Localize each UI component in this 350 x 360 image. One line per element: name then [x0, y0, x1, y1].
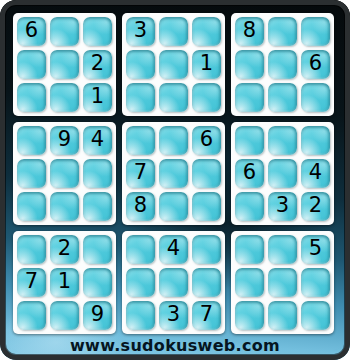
- cell-r9c5[interactable]: 3: [159, 301, 188, 330]
- cell-r1c4[interactable]: 3: [126, 17, 155, 46]
- cell-r6c1[interactable]: [17, 192, 46, 221]
- cell-r7c8[interactable]: [268, 235, 297, 264]
- cell-r8c8[interactable]: [268, 268, 297, 297]
- cell-r6c6[interactable]: [192, 192, 221, 221]
- cell-r9c8[interactable]: [268, 301, 297, 330]
- cell-r1c8[interactable]: [268, 17, 297, 46]
- cell-r2c7[interactable]: [235, 50, 264, 79]
- given-digit: 6: [25, 20, 38, 41]
- cell-r6c3[interactable]: [83, 192, 112, 221]
- given-digit: 7: [134, 162, 147, 183]
- given-digit: 2: [58, 238, 71, 259]
- cell-r1c2[interactable]: [50, 17, 79, 46]
- given-digit: 6: [309, 53, 322, 74]
- cell-r5c5[interactable]: [159, 159, 188, 188]
- sudoku-grid: 621318694678643227194375: [13, 13, 334, 334]
- cell-r4c6[interactable]: 6: [192, 126, 221, 155]
- cell-r4c5[interactable]: [159, 126, 188, 155]
- cell-r1c5[interactable]: [159, 17, 188, 46]
- given-digit: 7: [25, 271, 38, 292]
- cell-r6c5[interactable]: [159, 192, 188, 221]
- sudoku-board-frame: 621318694678643227194375 www.sudokusweb.…: [0, 0, 350, 360]
- given-digit: 8: [134, 195, 147, 216]
- given-digit: 2: [309, 195, 322, 216]
- cell-r2c9[interactable]: 6: [301, 50, 330, 79]
- cell-r8c2[interactable]: 1: [50, 268, 79, 297]
- cell-r9c1[interactable]: [17, 301, 46, 330]
- cell-r6c8[interactable]: 3: [268, 192, 297, 221]
- cell-r8c3[interactable]: [83, 268, 112, 297]
- given-digit: 6: [200, 129, 213, 150]
- cell-r8c7[interactable]: [235, 268, 264, 297]
- cell-r7c1[interactable]: [17, 235, 46, 264]
- cell-r7c5[interactable]: 4: [159, 235, 188, 264]
- cell-r8c1[interactable]: 7: [17, 268, 46, 297]
- cell-r4c9[interactable]: [301, 126, 330, 155]
- cell-r1c3[interactable]: [83, 17, 112, 46]
- cell-r2c1[interactable]: [17, 50, 46, 79]
- given-digit: 9: [58, 129, 71, 150]
- cell-r3c3[interactable]: 1: [83, 83, 112, 112]
- cell-r7c2[interactable]: 2: [50, 235, 79, 264]
- cell-r5c9[interactable]: 4: [301, 159, 330, 188]
- given-digit: 2: [91, 53, 104, 74]
- cell-r3c7[interactable]: [235, 83, 264, 112]
- cell-r9c7[interactable]: [235, 301, 264, 330]
- box-3-3: 5: [231, 231, 334, 334]
- cell-r2c6[interactable]: 1: [192, 50, 221, 79]
- cell-r9c3[interactable]: 9: [83, 301, 112, 330]
- box-2-3: 6432: [231, 122, 334, 225]
- cell-r4c2[interactable]: 9: [50, 126, 79, 155]
- cell-r2c5[interactable]: [159, 50, 188, 79]
- cell-r5c4[interactable]: 7: [126, 159, 155, 188]
- cell-r6c7[interactable]: [235, 192, 264, 221]
- site-link[interactable]: www.sudokusweb.com: [70, 336, 280, 355]
- cell-r5c2[interactable]: [50, 159, 79, 188]
- cell-r4c8[interactable]: [268, 126, 297, 155]
- cell-r3c8[interactable]: [268, 83, 297, 112]
- cell-r1c9[interactable]: [301, 17, 330, 46]
- cell-r9c4[interactable]: [126, 301, 155, 330]
- given-digit: 3: [134, 20, 147, 41]
- cell-r9c6[interactable]: 7: [192, 301, 221, 330]
- cell-r4c3[interactable]: 4: [83, 126, 112, 155]
- box-2-2: 678: [122, 122, 225, 225]
- cell-r9c9[interactable]: [301, 301, 330, 330]
- cell-r8c4[interactable]: [126, 268, 155, 297]
- cell-r7c3[interactable]: [83, 235, 112, 264]
- cell-r3c9[interactable]: [301, 83, 330, 112]
- given-digit: 9: [91, 304, 104, 325]
- cell-r1c6[interactable]: [192, 17, 221, 46]
- cell-r6c4[interactable]: 8: [126, 192, 155, 221]
- given-digit: 4: [91, 129, 104, 150]
- given-digit: 3: [167, 304, 180, 325]
- cell-r4c7[interactable]: [235, 126, 264, 155]
- cell-r9c2[interactable]: [50, 301, 79, 330]
- cell-r7c7[interactable]: [235, 235, 264, 264]
- cell-r8c6[interactable]: [192, 268, 221, 297]
- box-3-2: 437: [122, 231, 225, 334]
- given-digit: 4: [167, 238, 180, 259]
- cell-r7c4[interactable]: [126, 235, 155, 264]
- given-digit: 4: [309, 162, 322, 183]
- cell-r5c1[interactable]: [17, 159, 46, 188]
- cell-r5c7[interactable]: 6: [235, 159, 264, 188]
- cell-r8c5[interactable]: [159, 268, 188, 297]
- cell-r3c1[interactable]: [17, 83, 46, 112]
- cell-r2c3[interactable]: 2: [83, 50, 112, 79]
- given-digit: 1: [91, 86, 104, 107]
- cell-r5c3[interactable]: [83, 159, 112, 188]
- cell-r5c8[interactable]: [268, 159, 297, 188]
- cell-r2c2[interactable]: [50, 50, 79, 79]
- cell-r3c5[interactable]: [159, 83, 188, 112]
- given-digit: 1: [200, 53, 213, 74]
- cell-r4c4[interactable]: [126, 126, 155, 155]
- given-digit: 1: [58, 271, 71, 292]
- cell-r3c6[interactable]: [192, 83, 221, 112]
- cell-r3c2[interactable]: [50, 83, 79, 112]
- cell-r3c4[interactable]: [126, 83, 155, 112]
- given-digit: 7: [200, 304, 213, 325]
- cell-r6c9[interactable]: 2: [301, 192, 330, 221]
- cell-r8c9[interactable]: [301, 268, 330, 297]
- box-2-1: 94: [13, 122, 116, 225]
- cell-r2c4[interactable]: [126, 50, 155, 79]
- box-3-1: 2719: [13, 231, 116, 334]
- box-1-3: 86: [231, 13, 334, 116]
- footer: www.sudokusweb.com: [0, 336, 350, 355]
- given-digit: 3: [276, 195, 289, 216]
- cell-r6c2[interactable]: [50, 192, 79, 221]
- cell-r4c1[interactable]: [17, 126, 46, 155]
- cell-r1c7[interactable]: 8: [235, 17, 264, 46]
- cell-r5c6[interactable]: [192, 159, 221, 188]
- cell-r1c1[interactable]: 6: [17, 17, 46, 46]
- box-1-1: 621: [13, 13, 116, 116]
- given-digit: 8: [243, 20, 256, 41]
- given-digit: 5: [309, 238, 322, 259]
- cell-r2c8[interactable]: [268, 50, 297, 79]
- cell-r7c6[interactable]: [192, 235, 221, 264]
- box-1-2: 31: [122, 13, 225, 116]
- given-digit: 6: [243, 162, 256, 183]
- cell-r7c9[interactable]: 5: [301, 235, 330, 264]
